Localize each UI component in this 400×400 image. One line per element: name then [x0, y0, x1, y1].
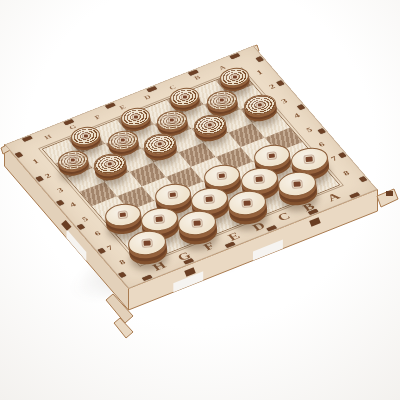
piece-engraving — [293, 181, 300, 186]
joint-tab — [229, 53, 240, 59]
joint-tab — [22, 136, 33, 142]
piece-engraving — [206, 197, 213, 202]
piece-engraving — [156, 217, 163, 222]
piece-engraving — [120, 139, 124, 142]
piece-engraving — [108, 162, 113, 166]
piece-engraving — [193, 220, 200, 225]
piece-engraving — [268, 153, 275, 158]
piece-engraving — [71, 158, 75, 161]
piece-engraving — [233, 75, 237, 78]
piece-engraving — [306, 157, 313, 162]
piece-engraving — [144, 240, 151, 245]
piece-engraving — [207, 123, 212, 127]
piece-engraving — [83, 135, 87, 138]
piece-engraving — [183, 95, 187, 98]
piece-engraving — [170, 119, 174, 122]
piece-engraving — [243, 201, 250, 206]
joint-slot — [386, 191, 393, 196]
piece-engraving — [219, 173, 226, 178]
joint-tab — [118, 272, 126, 278]
piece-engraving — [169, 193, 176, 198]
piece-engraving — [119, 213, 126, 218]
piece-engraving — [257, 103, 262, 107]
piece-engraving — [133, 115, 137, 118]
piece-engraving — [256, 177, 263, 182]
product-photo-stage: HGFEDCBAHGFEDCBA1234567812345678 — [0, 0, 400, 400]
piece-engraving — [158, 142, 163, 146]
joint-tab — [359, 176, 367, 182]
piece-engraving — [220, 99, 224, 102]
